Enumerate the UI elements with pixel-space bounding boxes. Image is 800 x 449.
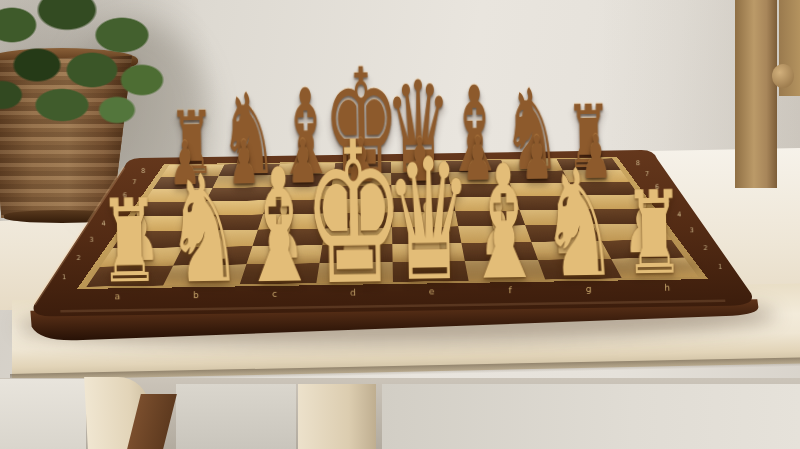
square-g5[interactable] — [515, 195, 584, 210]
square-g3[interactable] — [525, 224, 601, 242]
square-c4[interactable] — [258, 213, 327, 229]
photo-scene: abcdefgh1122334455667788 ♜♞♝♚♛♝♞♜♟♟♟♟♟♟♟… — [0, 0, 800, 449]
square-a6[interactable] — [144, 188, 212, 202]
square-b5[interactable] — [199, 200, 268, 215]
square-a5[interactable] — [134, 201, 205, 216]
square-h6[interactable] — [569, 182, 638, 196]
square-g4[interactable] — [520, 209, 593, 225]
square-d6[interactable] — [329, 185, 391, 199]
square-a3[interactable] — [112, 231, 190, 249]
square-e3[interactable] — [392, 226, 462, 244]
square-c3[interactable] — [252, 229, 324, 247]
square-d4[interactable] — [325, 212, 392, 228]
square-a4[interactable] — [124, 215, 199, 231]
square-b6[interactable] — [206, 187, 272, 201]
square-h3[interactable] — [592, 223, 671, 240]
square-c6[interactable] — [268, 186, 332, 200]
chess-board-zone: abcdefgh1122334455667788 ♜♞♝♚♛♝♞♜♟♟♟♟♟♟♟… — [0, 0, 800, 449]
square-c5[interactable] — [263, 199, 330, 214]
square-e4[interactable] — [391, 211, 458, 227]
square-g6[interactable] — [510, 182, 577, 196]
square-d5[interactable] — [327, 198, 391, 213]
square-b3[interactable] — [182, 230, 257, 248]
square-b4[interactable] — [191, 214, 263, 230]
square-h2[interactable] — [601, 240, 684, 259]
square-h4[interactable] — [584, 208, 659, 224]
square-h5[interactable] — [577, 194, 649, 209]
square-f6[interactable] — [450, 183, 514, 197]
square-f3[interactable] — [459, 225, 532, 243]
square-e6[interactable] — [391, 184, 453, 198]
square-f4[interactable] — [456, 210, 526, 226]
square-e5[interactable] — [391, 197, 455, 212]
square-a2[interactable] — [100, 247, 182, 266]
square-d3[interactable] — [322, 228, 392, 246]
square-f5[interactable] — [453, 196, 520, 211]
